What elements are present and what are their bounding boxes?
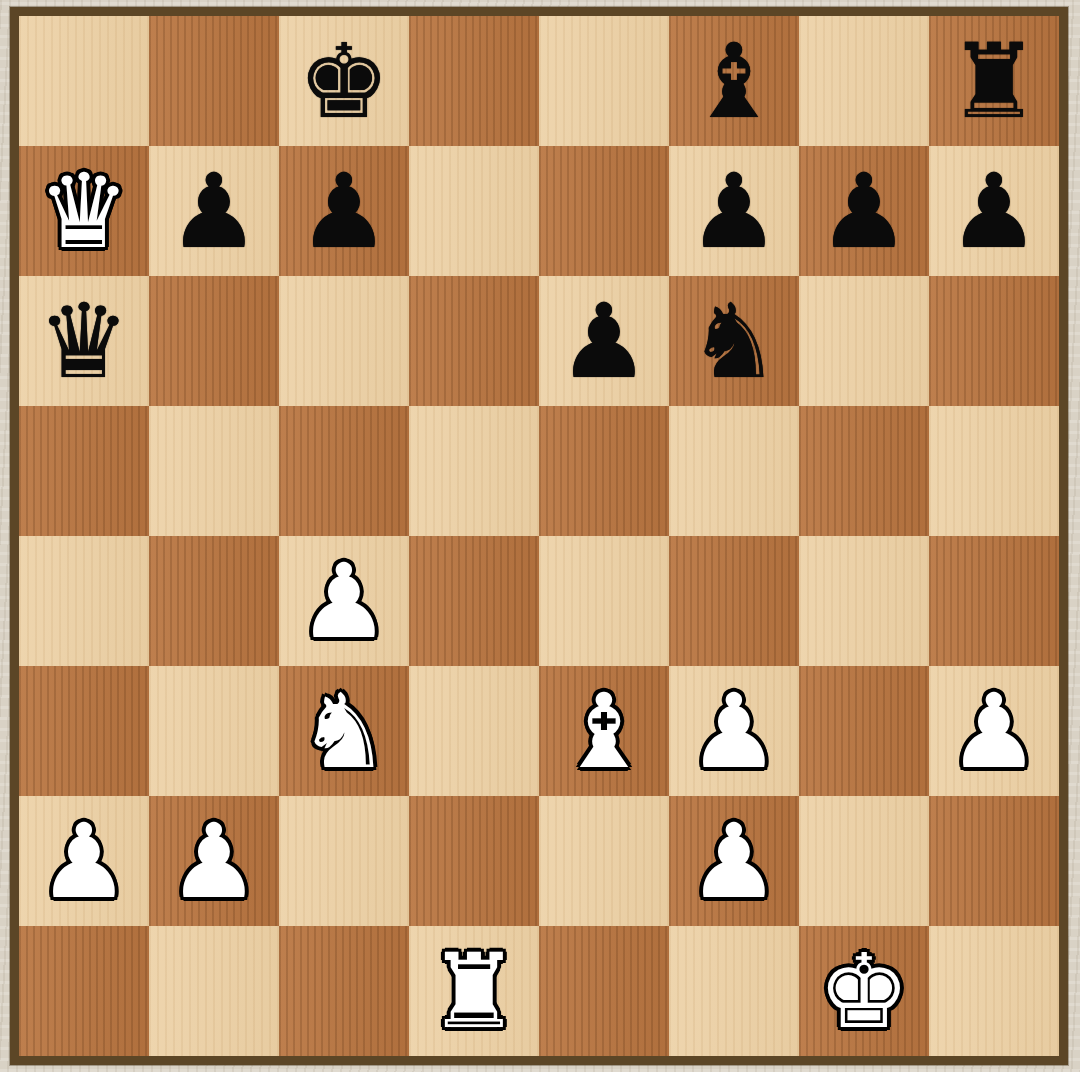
black-pawn[interactable]: ♟ bbox=[539, 276, 669, 406]
square-g7[interactable]: ♟ bbox=[799, 146, 929, 276]
square-e8[interactable] bbox=[539, 16, 669, 146]
square-c7[interactable]: ♟ bbox=[279, 146, 409, 276]
black-queen[interactable]: ♛ bbox=[19, 276, 149, 406]
square-e3[interactable]: ♝ bbox=[539, 666, 669, 796]
black-rook[interactable]: ♜ bbox=[929, 16, 1059, 146]
white-king[interactable]: ♚ bbox=[799, 926, 929, 1056]
black-pawn[interactable]: ♟ bbox=[929, 146, 1059, 276]
square-e7[interactable] bbox=[539, 146, 669, 276]
white-bishop[interactable]: ♝ bbox=[539, 666, 669, 796]
square-f8[interactable]: ♝ bbox=[669, 16, 799, 146]
square-g4[interactable] bbox=[799, 536, 929, 666]
square-a3[interactable] bbox=[19, 666, 149, 796]
square-g3[interactable] bbox=[799, 666, 929, 796]
square-f1[interactable] bbox=[669, 926, 799, 1056]
square-f7[interactable]: ♟ bbox=[669, 146, 799, 276]
black-king[interactable]: ♚ bbox=[279, 16, 409, 146]
square-g2[interactable] bbox=[799, 796, 929, 926]
square-a7[interactable]: ♛ bbox=[19, 146, 149, 276]
white-pawn[interactable]: ♟ bbox=[19, 796, 149, 926]
square-h2[interactable] bbox=[929, 796, 1059, 926]
square-c3[interactable]: ♞ bbox=[279, 666, 409, 796]
square-b8[interactable] bbox=[149, 16, 279, 146]
square-a6[interactable]: ♛ bbox=[19, 276, 149, 406]
square-f3[interactable]: ♟ bbox=[669, 666, 799, 796]
square-f6[interactable]: ♞ bbox=[669, 276, 799, 406]
square-h1[interactable] bbox=[929, 926, 1059, 1056]
square-g5[interactable] bbox=[799, 406, 929, 536]
square-g1[interactable]: ♚ bbox=[799, 926, 929, 1056]
black-pawn[interactable]: ♟ bbox=[149, 146, 279, 276]
square-e2[interactable] bbox=[539, 796, 669, 926]
square-a2[interactable]: ♟ bbox=[19, 796, 149, 926]
square-e4[interactable] bbox=[539, 536, 669, 666]
square-e6[interactable]: ♟ bbox=[539, 276, 669, 406]
square-a4[interactable] bbox=[19, 536, 149, 666]
square-d4[interactable] bbox=[409, 536, 539, 666]
square-a1[interactable] bbox=[19, 926, 149, 1056]
square-h5[interactable] bbox=[929, 406, 1059, 536]
square-c2[interactable] bbox=[279, 796, 409, 926]
square-h6[interactable] bbox=[929, 276, 1059, 406]
white-rook[interactable]: ♜ bbox=[409, 926, 539, 1056]
square-b5[interactable] bbox=[149, 406, 279, 536]
square-g6[interactable] bbox=[799, 276, 929, 406]
square-b1[interactable] bbox=[149, 926, 279, 1056]
square-g8[interactable] bbox=[799, 16, 929, 146]
square-a5[interactable] bbox=[19, 406, 149, 536]
square-d3[interactable] bbox=[409, 666, 539, 796]
square-c5[interactable] bbox=[279, 406, 409, 536]
white-pawn[interactable]: ♟ bbox=[149, 796, 279, 926]
square-h7[interactable]: ♟ bbox=[929, 146, 1059, 276]
black-bishop[interactable]: ♝ bbox=[669, 16, 799, 146]
square-f4[interactable] bbox=[669, 536, 799, 666]
black-knight[interactable]: ♞ bbox=[669, 276, 799, 406]
square-e1[interactable] bbox=[539, 926, 669, 1056]
square-c4[interactable]: ♟ bbox=[279, 536, 409, 666]
square-f2[interactable]: ♟ bbox=[669, 796, 799, 926]
square-b2[interactable]: ♟ bbox=[149, 796, 279, 926]
square-c8[interactable]: ♚ bbox=[279, 16, 409, 146]
square-c6[interactable] bbox=[279, 276, 409, 406]
black-pawn[interactable]: ♟ bbox=[669, 146, 799, 276]
square-d6[interactable] bbox=[409, 276, 539, 406]
square-d2[interactable] bbox=[409, 796, 539, 926]
square-a8[interactable] bbox=[19, 16, 149, 146]
white-queen[interactable]: ♛ bbox=[19, 146, 149, 276]
square-c1[interactable] bbox=[279, 926, 409, 1056]
black-pawn[interactable]: ♟ bbox=[279, 146, 409, 276]
square-e5[interactable] bbox=[539, 406, 669, 536]
white-knight[interactable]: ♞ bbox=[279, 666, 409, 796]
square-b3[interactable] bbox=[149, 666, 279, 796]
white-pawn[interactable]: ♟ bbox=[279, 536, 409, 666]
white-pawn[interactable]: ♟ bbox=[669, 666, 799, 796]
white-pawn[interactable]: ♟ bbox=[929, 666, 1059, 796]
square-d8[interactable] bbox=[409, 16, 539, 146]
square-b6[interactable] bbox=[149, 276, 279, 406]
square-d5[interactable] bbox=[409, 406, 539, 536]
square-b4[interactable] bbox=[149, 536, 279, 666]
square-h4[interactable] bbox=[929, 536, 1059, 666]
chess-board: ♚♝♜♛♟♟♟♟♟♛♟♞♟♞♝♟♟♟♟♟♜♚ bbox=[19, 16, 1059, 1056]
square-f5[interactable] bbox=[669, 406, 799, 536]
square-d1[interactable]: ♜ bbox=[409, 926, 539, 1056]
square-h3[interactable]: ♟ bbox=[929, 666, 1059, 796]
square-h8[interactable]: ♜ bbox=[929, 16, 1059, 146]
white-pawn[interactable]: ♟ bbox=[669, 796, 799, 926]
black-pawn[interactable]: ♟ bbox=[799, 146, 929, 276]
square-b7[interactable]: ♟ bbox=[149, 146, 279, 276]
square-d7[interactable] bbox=[409, 146, 539, 276]
chess-board-frame: ♚♝♜♛♟♟♟♟♟♛♟♞♟♞♝♟♟♟♟♟♜♚ bbox=[10, 7, 1068, 1065]
